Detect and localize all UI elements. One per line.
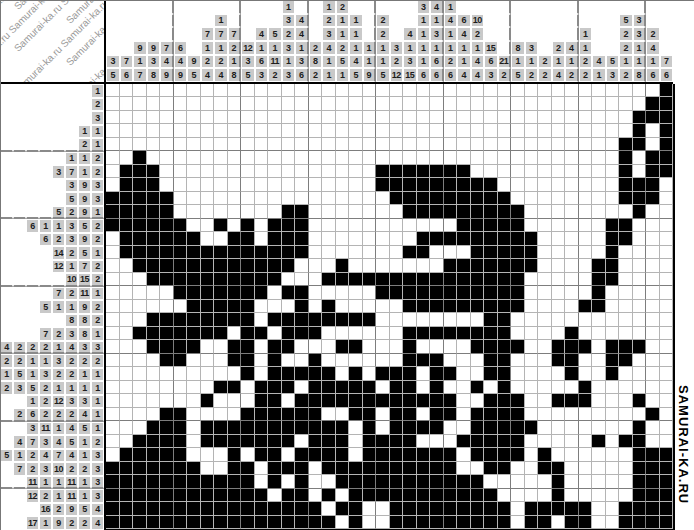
grid-cell-filled[interactable] <box>430 286 444 299</box>
grid-cell-empty[interactable] <box>228 138 242 151</box>
grid-cell-filled[interactable] <box>120 192 134 205</box>
grid-cell-filled[interactable] <box>120 232 134 245</box>
grid-cell-empty[interactable] <box>295 273 309 286</box>
grid-cell-filled[interactable] <box>606 367 620 380</box>
grid-cell-empty[interactable] <box>322 219 336 232</box>
grid-cell-filled[interactable] <box>417 178 431 191</box>
grid-cell-empty[interactable] <box>120 151 134 164</box>
grid-cell-empty[interactable] <box>120 340 134 353</box>
grid-cell-empty[interactable] <box>552 219 566 232</box>
grid-cell-empty[interactable] <box>552 192 566 205</box>
grid-cell-filled[interactable] <box>214 421 228 434</box>
grid-cell-filled[interactable] <box>147 178 161 191</box>
grid-cell-empty[interactable] <box>525 381 539 394</box>
grid-cell-empty[interactable] <box>484 138 498 151</box>
grid-cell-filled[interactable] <box>255 381 269 394</box>
grid-cell-empty[interactable] <box>633 313 647 326</box>
grid-cell-empty[interactable] <box>349 448 363 461</box>
grid-cell-filled[interactable] <box>309 421 323 434</box>
grid-cell-empty[interactable] <box>633 286 647 299</box>
grid-cell-empty[interactable] <box>228 165 242 178</box>
grid-cell-empty[interactable] <box>552 381 566 394</box>
grid-cell-filled[interactable] <box>295 367 309 380</box>
grid-cell-filled[interactable] <box>471 408 485 421</box>
grid-cell-empty[interactable] <box>309 475 323 488</box>
grid-cell-filled[interactable] <box>457 178 471 191</box>
grid-cell-empty[interactable] <box>187 124 201 137</box>
grid-cell-empty[interactable] <box>268 124 282 137</box>
grid-cell-empty[interactable] <box>147 138 161 151</box>
grid-cell-filled[interactable] <box>376 286 390 299</box>
grid-cell-empty[interactable] <box>147 354 161 367</box>
grid-cell-empty[interactable] <box>336 367 350 380</box>
grid-cell-filled[interactable] <box>241 340 255 353</box>
grid-cell-filled[interactable] <box>471 421 485 434</box>
grid-cell-empty[interactable] <box>349 124 363 137</box>
grid-cell-empty[interactable] <box>538 421 552 434</box>
grid-cell-filled[interactable] <box>174 516 188 529</box>
grid-cell-empty[interactable] <box>376 340 390 353</box>
grid-cell-filled[interactable] <box>417 165 431 178</box>
grid-cell-filled[interactable] <box>160 205 174 218</box>
grid-cell-filled[interactable] <box>619 516 633 529</box>
grid-cell-empty[interactable] <box>282 475 296 488</box>
grid-cell-empty[interactable] <box>525 313 539 326</box>
grid-cell-empty[interactable] <box>552 516 566 529</box>
grid-cell-filled[interactable] <box>241 489 255 502</box>
grid-cell-filled[interactable] <box>214 381 228 394</box>
grid-cell-empty[interactable] <box>390 111 404 124</box>
grid-cell-filled[interactable] <box>579 394 593 407</box>
grid-cell-empty[interactable] <box>349 232 363 245</box>
grid-cell-filled[interactable] <box>174 232 188 245</box>
grid-cell-filled[interactable] <box>133 489 147 502</box>
grid-cell-filled[interactable] <box>619 138 633 151</box>
grid-cell-empty[interactable] <box>201 165 215 178</box>
grid-cell-filled[interactable] <box>295 300 309 313</box>
grid-cell-empty[interactable] <box>525 354 539 367</box>
grid-cell-filled[interactable] <box>120 448 134 461</box>
grid-cell-empty[interactable] <box>592 151 606 164</box>
grid-cell-empty[interactable] <box>363 111 377 124</box>
grid-cell-empty[interactable] <box>120 408 134 421</box>
grid-cell-filled[interactable] <box>511 394 525 407</box>
grid-cell-filled[interactable] <box>592 286 606 299</box>
grid-cell-filled[interactable] <box>228 448 242 461</box>
grid-cell-empty[interactable] <box>471 354 485 367</box>
grid-cell-filled[interactable] <box>660 124 674 137</box>
grid-cell-empty[interactable] <box>525 192 539 205</box>
grid-cell-filled[interactable] <box>403 489 417 502</box>
grid-cell-filled[interactable] <box>106 205 120 218</box>
grid-cell-empty[interactable] <box>592 178 606 191</box>
grid-cell-empty[interactable] <box>525 327 539 340</box>
grid-cell-empty[interactable] <box>646 205 660 218</box>
grid-cell-filled[interactable] <box>417 489 431 502</box>
grid-cell-empty[interactable] <box>552 111 566 124</box>
grid-cell-filled[interactable] <box>430 273 444 286</box>
grid-cell-filled[interactable] <box>268 381 282 394</box>
grid-cell-filled[interactable] <box>309 381 323 394</box>
grid-cell-empty[interactable] <box>403 232 417 245</box>
grid-cell-filled[interactable] <box>430 502 444 515</box>
grid-cell-filled[interactable] <box>187 246 201 259</box>
grid-cell-empty[interactable] <box>174 124 188 137</box>
grid-cell-empty[interactable] <box>498 475 512 488</box>
grid-cell-empty[interactable] <box>484 151 498 164</box>
grid-cell-filled[interactable] <box>525 246 539 259</box>
grid-cell-empty[interactable] <box>444 84 458 97</box>
grid-cell-filled[interactable] <box>241 435 255 448</box>
grid-cell-filled[interactable] <box>430 381 444 394</box>
grid-cell-empty[interactable] <box>106 138 120 151</box>
grid-cell-empty[interactable] <box>201 232 215 245</box>
grid-cell-filled[interactable] <box>295 313 309 326</box>
grid-cell-empty[interactable] <box>552 151 566 164</box>
grid-cell-filled[interactable] <box>633 421 647 434</box>
grid-cell-empty[interactable] <box>120 111 134 124</box>
grid-cell-empty[interactable] <box>525 165 539 178</box>
grid-cell-filled[interactable] <box>120 462 134 475</box>
grid-cell-filled[interactable] <box>174 313 188 326</box>
grid-cell-empty[interactable] <box>106 300 120 313</box>
grid-cell-filled[interactable] <box>336 340 350 353</box>
grid-cell-filled[interactable] <box>403 165 417 178</box>
grid-cell-empty[interactable] <box>309 84 323 97</box>
grid-cell-empty[interactable] <box>646 259 660 272</box>
grid-cell-filled[interactable] <box>606 219 620 232</box>
grid-cell-filled[interactable] <box>565 340 579 353</box>
grid-cell-filled[interactable] <box>336 381 350 394</box>
grid-cell-filled[interactable] <box>295 394 309 407</box>
grid-cell-empty[interactable] <box>484 84 498 97</box>
grid-cell-empty[interactable] <box>349 165 363 178</box>
grid-cell-empty[interactable] <box>457 340 471 353</box>
grid-cell-filled[interactable] <box>403 448 417 461</box>
grid-cell-empty[interactable] <box>120 327 134 340</box>
grid-cell-filled[interactable] <box>187 286 201 299</box>
grid-cell-empty[interactable] <box>430 219 444 232</box>
grid-cell-empty[interactable] <box>160 286 174 299</box>
grid-cell-filled[interactable] <box>201 475 215 488</box>
grid-cell-filled[interactable] <box>619 165 633 178</box>
grid-cell-filled[interactable] <box>309 408 323 421</box>
grid-cell-filled[interactable] <box>471 340 485 353</box>
grid-cell-filled[interactable] <box>322 462 336 475</box>
grid-cell-filled[interactable] <box>660 516 674 529</box>
grid-cell-filled[interactable] <box>133 219 147 232</box>
grid-cell-filled[interactable] <box>268 354 282 367</box>
grid-cell-filled[interactable] <box>390 435 404 448</box>
grid-cell-filled[interactable] <box>120 475 134 488</box>
grid-cell-empty[interactable] <box>201 354 215 367</box>
grid-cell-empty[interactable] <box>484 475 498 488</box>
grid-cell-empty[interactable] <box>471 462 485 475</box>
grid-cell-empty[interactable] <box>444 124 458 137</box>
grid-cell-filled[interactable] <box>538 448 552 461</box>
grid-cell-empty[interactable] <box>336 138 350 151</box>
grid-cell-filled[interactable] <box>241 232 255 245</box>
grid-cell-empty[interactable] <box>457 421 471 434</box>
grid-cell-empty[interactable] <box>214 408 228 421</box>
grid-cell-filled[interactable] <box>349 502 363 515</box>
grid-cell-filled[interactable] <box>484 435 498 448</box>
grid-cell-filled[interactable] <box>552 489 566 502</box>
grid-cell-filled[interactable] <box>484 340 498 353</box>
grid-cell-filled[interactable] <box>633 475 647 488</box>
grid-cell-filled[interactable] <box>201 327 215 340</box>
grid-cell-empty[interactable] <box>552 97 566 110</box>
grid-cell-empty[interactable] <box>606 394 620 407</box>
grid-cell-empty[interactable] <box>592 246 606 259</box>
grid-cell-filled[interactable] <box>201 421 215 434</box>
grid-cell-empty[interactable] <box>228 192 242 205</box>
grid-cell-filled[interactable] <box>228 421 242 434</box>
grid-cell-filled[interactable] <box>646 489 660 502</box>
grid-cell-empty[interactable] <box>363 259 377 272</box>
grid-cell-empty[interactable] <box>268 489 282 502</box>
grid-cell-empty[interactable] <box>525 219 539 232</box>
grid-cell-empty[interactable] <box>457 111 471 124</box>
grid-cell-empty[interactable] <box>444 246 458 259</box>
grid-cell-filled[interactable] <box>268 421 282 434</box>
grid-cell-empty[interactable] <box>417 367 431 380</box>
grid-cell-empty[interactable] <box>633 327 647 340</box>
grid-cell-filled[interactable] <box>633 192 647 205</box>
grid-cell-empty[interactable] <box>363 327 377 340</box>
grid-cell-empty[interactable] <box>525 286 539 299</box>
grid-cell-empty[interactable] <box>241 394 255 407</box>
grid-cell-empty[interactable] <box>606 300 620 313</box>
grid-cell-empty[interactable] <box>592 408 606 421</box>
grid-cell-empty[interactable] <box>579 286 593 299</box>
grid-cell-filled[interactable] <box>606 246 620 259</box>
grid-cell-empty[interactable] <box>322 178 336 191</box>
grid-cell-empty[interactable] <box>228 219 242 232</box>
grid-cell-empty[interactable] <box>417 340 431 353</box>
grid-cell-filled[interactable] <box>363 489 377 502</box>
grid-cell-empty[interactable] <box>552 84 566 97</box>
grid-cell-empty[interactable] <box>336 408 350 421</box>
grid-cell-filled[interactable] <box>660 448 674 461</box>
grid-cell-empty[interactable] <box>457 124 471 137</box>
grid-cell-empty[interactable] <box>606 462 620 475</box>
grid-cell-empty[interactable] <box>552 300 566 313</box>
grid-cell-filled[interactable] <box>471 232 485 245</box>
grid-cell-filled[interactable] <box>241 516 255 529</box>
grid-cell-empty[interactable] <box>430 138 444 151</box>
grid-cell-filled[interactable] <box>187 502 201 515</box>
grid-cell-empty[interactable] <box>295 138 309 151</box>
grid-cell-empty[interactable] <box>187 381 201 394</box>
grid-cell-filled[interactable] <box>133 205 147 218</box>
grid-cell-filled[interactable] <box>471 178 485 191</box>
grid-cell-empty[interactable] <box>228 111 242 124</box>
grid-cell-filled[interactable] <box>187 273 201 286</box>
grid-cell-filled[interactable] <box>349 408 363 421</box>
grid-cell-filled[interactable] <box>430 327 444 340</box>
grid-cell-filled[interactable] <box>606 354 620 367</box>
grid-cell-filled[interactable] <box>147 448 161 461</box>
grid-cell-empty[interactable] <box>187 205 201 218</box>
grid-cell-filled[interactable] <box>133 502 147 515</box>
grid-cell-filled[interactable] <box>295 462 309 475</box>
grid-cell-empty[interactable] <box>403 151 417 164</box>
grid-cell-empty[interactable] <box>390 151 404 164</box>
grid-cell-empty[interactable] <box>538 381 552 394</box>
grid-cell-empty[interactable] <box>376 408 390 421</box>
grid-cell-empty[interactable] <box>565 219 579 232</box>
grid-cell-empty[interactable] <box>201 367 215 380</box>
grid-cell-empty[interactable] <box>565 246 579 259</box>
grid-cell-empty[interactable] <box>619 489 633 502</box>
grid-cell-filled[interactable] <box>646 516 660 529</box>
grid-cell-empty[interactable] <box>579 259 593 272</box>
grid-cell-filled[interactable] <box>444 273 458 286</box>
grid-cell-filled[interactable] <box>444 408 458 421</box>
grid-cell-filled[interactable] <box>403 435 417 448</box>
grid-cell-filled[interactable] <box>282 367 296 380</box>
grid-cell-filled[interactable] <box>336 421 350 434</box>
grid-cell-filled[interactable] <box>268 232 282 245</box>
grid-cell-filled[interactable] <box>147 327 161 340</box>
grid-cell-empty[interactable] <box>444 354 458 367</box>
grid-cell-empty[interactable] <box>214 205 228 218</box>
grid-cell-filled[interactable] <box>214 246 228 259</box>
grid-cell-empty[interactable] <box>295 340 309 353</box>
grid-cell-filled[interactable] <box>133 448 147 461</box>
grid-cell-empty[interactable] <box>592 138 606 151</box>
grid-cell-filled[interactable] <box>174 219 188 232</box>
grid-cell-empty[interactable] <box>592 462 606 475</box>
grid-cell-empty[interactable] <box>619 367 633 380</box>
grid-cell-empty[interactable] <box>444 219 458 232</box>
grid-cell-empty[interactable] <box>309 232 323 245</box>
grid-cell-filled[interactable] <box>498 381 512 394</box>
grid-cell-filled[interactable] <box>268 408 282 421</box>
grid-cell-empty[interactable] <box>430 313 444 326</box>
grid-cell-filled[interactable] <box>484 313 498 326</box>
grid-cell-empty[interactable] <box>619 246 633 259</box>
grid-cell-filled[interactable] <box>336 313 350 326</box>
grid-cell-empty[interactable] <box>619 394 633 407</box>
grid-cell-filled[interactable] <box>471 192 485 205</box>
grid-cell-empty[interactable] <box>444 138 458 151</box>
grid-cell-filled[interactable] <box>484 259 498 272</box>
grid-cell-empty[interactable] <box>538 435 552 448</box>
grid-cell-filled[interactable] <box>471 205 485 218</box>
grid-cell-empty[interactable] <box>106 421 120 434</box>
grid-cell-empty[interactable] <box>255 205 269 218</box>
grid-cell-filled[interactable] <box>390 286 404 299</box>
grid-cell-empty[interactable] <box>660 408 674 421</box>
grid-cell-filled[interactable] <box>565 394 579 407</box>
grid-cell-empty[interactable] <box>160 300 174 313</box>
grid-cell-filled[interactable] <box>160 489 174 502</box>
grid-cell-empty[interactable] <box>147 151 161 164</box>
grid-cell-empty[interactable] <box>322 205 336 218</box>
grid-cell-empty[interactable] <box>579 219 593 232</box>
grid-cell-empty[interactable] <box>174 111 188 124</box>
grid-cell-empty[interactable] <box>633 246 647 259</box>
grid-cell-filled[interactable] <box>363 475 377 488</box>
grid-cell-filled[interactable] <box>646 97 660 110</box>
grid-cell-filled[interactable] <box>565 502 579 515</box>
grid-cell-filled[interactable] <box>390 178 404 191</box>
grid-cell-filled[interactable] <box>484 192 498 205</box>
grid-cell-empty[interactable] <box>646 219 660 232</box>
grid-cell-filled[interactable] <box>390 381 404 394</box>
grid-cell-filled[interactable] <box>457 435 471 448</box>
grid-cell-empty[interactable] <box>660 178 674 191</box>
grid-cell-filled[interactable] <box>160 340 174 353</box>
grid-cell-empty[interactable] <box>552 327 566 340</box>
grid-cell-empty[interactable] <box>363 138 377 151</box>
grid-cell-empty[interactable] <box>552 313 566 326</box>
grid-cell-filled[interactable] <box>174 354 188 367</box>
grid-cell-filled[interactable] <box>336 502 350 515</box>
grid-cell-empty[interactable] <box>133 300 147 313</box>
grid-cell-filled[interactable] <box>646 448 660 461</box>
grid-cell-filled[interactable] <box>444 178 458 191</box>
grid-cell-empty[interactable] <box>538 219 552 232</box>
grid-cell-filled[interactable] <box>241 246 255 259</box>
grid-cell-empty[interactable] <box>309 111 323 124</box>
grid-cell-filled[interactable] <box>565 354 579 367</box>
grid-cell-empty[interactable] <box>525 111 539 124</box>
grid-cell-empty[interactable] <box>633 151 647 164</box>
grid-cell-empty[interactable] <box>133 367 147 380</box>
grid-cell-filled[interactable] <box>498 327 512 340</box>
grid-cell-empty[interactable] <box>579 354 593 367</box>
grid-cell-empty[interactable] <box>444 97 458 110</box>
grid-cell-filled[interactable] <box>228 489 242 502</box>
grid-cell-empty[interactable] <box>511 138 525 151</box>
grid-cell-empty[interactable] <box>120 354 134 367</box>
grid-cell-filled[interactable] <box>160 192 174 205</box>
grid-cell-empty[interactable] <box>538 246 552 259</box>
grid-cell-filled[interactable] <box>160 435 174 448</box>
grid-cell-filled[interactable] <box>160 502 174 515</box>
grid-cell-empty[interactable] <box>552 232 566 245</box>
grid-cell-filled[interactable] <box>255 273 269 286</box>
grid-cell-empty[interactable] <box>255 475 269 488</box>
grid-cell-empty[interactable] <box>525 124 539 137</box>
grid-cell-filled[interactable] <box>403 475 417 488</box>
grid-cell-filled[interactable] <box>525 502 539 515</box>
grid-cell-filled[interactable] <box>619 232 633 245</box>
grid-cell-empty[interactable] <box>336 489 350 502</box>
grid-cell-filled[interactable] <box>282 286 296 299</box>
grid-cell-filled[interactable] <box>133 178 147 191</box>
grid-cell-empty[interactable] <box>660 421 674 434</box>
grid-cell-empty[interactable] <box>160 138 174 151</box>
grid-cell-filled[interactable] <box>268 394 282 407</box>
grid-cell-filled[interactable] <box>376 165 390 178</box>
grid-cell-empty[interactable] <box>363 124 377 137</box>
grid-cell-empty[interactable] <box>349 421 363 434</box>
grid-cell-empty[interactable] <box>592 219 606 232</box>
grid-cell-filled[interactable] <box>430 408 444 421</box>
grid-cell-filled[interactable] <box>160 219 174 232</box>
grid-cell-empty[interactable] <box>606 151 620 164</box>
grid-cell-empty[interactable] <box>606 448 620 461</box>
grid-cell-empty[interactable] <box>376 219 390 232</box>
grid-cell-empty[interactable] <box>511 151 525 164</box>
grid-cell-empty[interactable] <box>606 205 620 218</box>
grid-cell-filled[interactable] <box>498 313 512 326</box>
grid-cell-empty[interactable] <box>309 489 323 502</box>
